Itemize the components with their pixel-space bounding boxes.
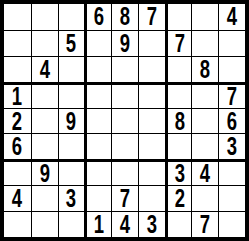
given-digit: 4 (200, 161, 210, 185)
cell-r5c3-given: 9 (58, 108, 85, 134)
cell-r3c2-given: 4 (31, 56, 58, 82)
cell-r9c1-empty[interactable] (4, 211, 31, 237)
given-digit: 3 (174, 161, 184, 185)
given-digit: 1 (94, 212, 104, 237)
cell-r6c9-given: 3 (218, 133, 245, 159)
given-digit: 8 (174, 109, 184, 134)
cell-r4c9-given: 7 (218, 82, 245, 108)
cell-r1c3-empty[interactable] (58, 4, 85, 30)
given-digit: 1 (12, 84, 22, 108)
given-digit: 9 (66, 109, 76, 134)
cell-r8c2-empty[interactable] (31, 185, 58, 211)
cell-r4c1-given: 1 (4, 82, 31, 108)
cell-r8c3-given: 3 (58, 185, 85, 211)
sudoku-board: 6874597481729866393443721437 (0, 0, 249, 241)
cell-r4c3-empty[interactable] (58, 82, 85, 108)
cell-r8c5-given: 7 (111, 185, 138, 211)
cell-r4c4-empty[interactable] (84, 82, 111, 108)
cell-r9c3-empty[interactable] (58, 211, 85, 237)
cell-r9c6-given: 3 (138, 211, 165, 237)
cell-r3c7-empty[interactable] (165, 56, 192, 82)
cell-r2c2-empty[interactable] (31, 30, 58, 56)
cell-r6c3-empty[interactable] (58, 133, 85, 159)
given-digit: 3 (227, 134, 237, 159)
cell-r4c5-empty[interactable] (111, 82, 138, 108)
given-digit: 6 (227, 109, 237, 134)
cell-r4c8-empty[interactable] (191, 82, 218, 108)
given-digit: 4 (227, 4, 237, 29)
given-digit: 7 (227, 84, 237, 108)
cell-r1c6-given: 7 (138, 4, 165, 30)
given-digit: 7 (147, 4, 157, 29)
cell-r3c6-empty[interactable] (138, 56, 165, 82)
cell-r9c7-empty[interactable] (165, 211, 192, 237)
cell-r6c1-given: 6 (4, 133, 31, 159)
cell-r2c9-empty[interactable] (218, 30, 245, 56)
cell-r2c8-empty[interactable] (191, 30, 218, 56)
sudoku-page: 6874597481729866393443721437 (0, 0, 249, 241)
cell-r8c7-given: 2 (165, 185, 192, 211)
cell-r9c5-given: 4 (111, 211, 138, 237)
cell-r7c6-empty[interactable] (138, 159, 165, 185)
given-digit: 9 (40, 161, 50, 185)
cell-r2c6-empty[interactable] (138, 30, 165, 56)
cell-r5c9-given: 6 (218, 108, 245, 134)
cell-r9c9-empty[interactable] (218, 211, 245, 237)
cell-r5c2-empty[interactable] (31, 108, 58, 134)
cell-r8c4-empty[interactable] (84, 185, 111, 211)
cell-r1c1-empty[interactable] (4, 4, 31, 30)
cell-r1c7-empty[interactable] (165, 4, 192, 30)
cell-r3c5-empty[interactable] (111, 56, 138, 82)
given-digit: 4 (120, 212, 130, 237)
cell-r4c7-empty[interactable] (165, 82, 192, 108)
cell-r1c8-empty[interactable] (191, 4, 218, 30)
cell-r3c8-given: 8 (191, 56, 218, 82)
cell-r2c5-given: 9 (111, 30, 138, 56)
cell-r7c5-empty[interactable] (111, 159, 138, 185)
cell-r6c7-empty[interactable] (165, 133, 192, 159)
cell-r8c9-empty[interactable] (218, 185, 245, 211)
cell-r1c5-given: 8 (111, 4, 138, 30)
cell-r9c4-given: 1 (84, 211, 111, 237)
cell-r9c2-empty[interactable] (31, 211, 58, 237)
given-digit: 4 (12, 186, 22, 211)
cell-r7c4-empty[interactable] (84, 159, 111, 185)
cell-r5c1-given: 2 (4, 108, 31, 134)
given-digit: 6 (12, 134, 22, 159)
cell-r2c4-empty[interactable] (84, 30, 111, 56)
cell-r1c4-given: 6 (84, 4, 111, 30)
cell-r3c3-empty[interactable] (58, 56, 85, 82)
given-digit: 5 (66, 31, 76, 56)
cell-r7c3-empty[interactable] (58, 159, 85, 185)
cell-r4c6-empty[interactable] (138, 82, 165, 108)
given-digit: 2 (12, 109, 22, 134)
cell-r5c4-empty[interactable] (84, 108, 111, 134)
cell-r8c1-given: 4 (4, 185, 31, 211)
given-digit: 7 (120, 186, 130, 211)
cell-r2c7-given: 7 (165, 30, 192, 56)
given-digit: 3 (66, 186, 76, 211)
cell-r7c7-given: 3 (165, 159, 192, 185)
cell-r7c2-given: 9 (31, 159, 58, 185)
given-digit: 6 (94, 4, 104, 29)
given-digit: 7 (200, 212, 210, 237)
cell-r3c9-empty[interactable] (218, 56, 245, 82)
given-digit: 2 (174, 186, 184, 211)
cell-r1c2-empty[interactable] (31, 4, 58, 30)
cell-r6c4-empty[interactable] (84, 133, 111, 159)
cell-r8c6-empty[interactable] (138, 185, 165, 211)
cell-r7c8-given: 4 (191, 159, 218, 185)
cell-r7c9-empty[interactable] (218, 159, 245, 185)
given-digit: 7 (174, 31, 184, 56)
given-digit: 9 (120, 31, 130, 56)
cell-r6c5-empty[interactable] (111, 133, 138, 159)
cell-r3c1-empty[interactable] (4, 56, 31, 82)
cell-r2c3-given: 5 (58, 30, 85, 56)
cell-r8c8-empty[interactable] (191, 185, 218, 211)
cell-r1c9-given: 4 (218, 4, 245, 30)
given-digit: 8 (120, 4, 130, 29)
cell-r6c6-empty[interactable] (138, 133, 165, 159)
cell-r4c2-empty[interactable] (31, 82, 58, 108)
cell-r3c4-empty[interactable] (84, 56, 111, 82)
given-digit: 4 (40, 57, 50, 82)
cell-r9c8-given: 7 (191, 211, 218, 237)
cell-r5c7-given: 8 (165, 108, 192, 134)
given-digit: 8 (200, 57, 210, 82)
cell-r5c5-empty[interactable] (111, 108, 138, 134)
cell-r6c2-empty[interactable] (31, 133, 58, 159)
given-digit: 3 (147, 212, 157, 237)
cell-r7c1-empty[interactable] (4, 159, 31, 185)
cell-r6c8-empty[interactable] (191, 133, 218, 159)
cell-r5c6-empty[interactable] (138, 108, 165, 134)
cell-r2c1-empty[interactable] (4, 30, 31, 56)
cell-r5c8-empty[interactable] (191, 108, 218, 134)
